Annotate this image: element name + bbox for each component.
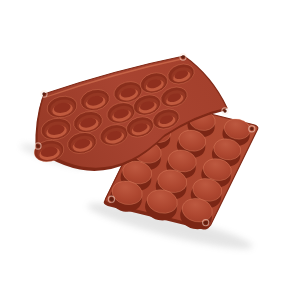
hanging-hole xyxy=(181,55,184,58)
hanging-hole xyxy=(250,127,253,130)
hanging-hole xyxy=(223,109,226,112)
hanging-hole xyxy=(42,92,45,95)
hanging-hole xyxy=(204,221,207,224)
silicone-molds-illustration xyxy=(0,0,290,290)
product-photo-canvas xyxy=(0,0,290,290)
hanging-hole xyxy=(36,144,39,147)
hanging-hole xyxy=(110,198,113,201)
